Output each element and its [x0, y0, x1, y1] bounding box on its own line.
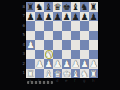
square-d7[interactable]: ♟ [53, 12, 62, 22]
square-c5[interactable] [44, 31, 53, 41]
file-label-e: e [65, 79, 67, 83]
square-d4[interactable] [53, 40, 62, 50]
square-c8[interactable]: ♝ [44, 2, 53, 12]
square-b4[interactable] [35, 40, 44, 50]
black-king[interactable]: ♚ [62, 3, 70, 12]
rank-label-7: 7 [20, 14, 25, 18]
square-b3[interactable] [35, 50, 44, 60]
white-king[interactable]: ♚ [62, 69, 70, 78]
white-queen[interactable]: ♛ [53, 69, 61, 78]
square-e6[interactable] [62, 21, 71, 31]
square-b1[interactable] [35, 69, 44, 79]
square-g3[interactable] [80, 50, 89, 60]
square-d1[interactable]: ♛ [53, 69, 62, 79]
black-pawn[interactable]: ♟ [44, 12, 52, 21]
white-knight[interactable]: ♞ [44, 50, 52, 59]
square-e2[interactable]: ♟ [62, 59, 71, 69]
square-f2[interactable]: ♟ [71, 59, 80, 69]
square-b8[interactable]: ♞ [35, 2, 44, 12]
rank-label-2: 2 [20, 62, 25, 66]
white-bishop[interactable]: ♝ [44, 69, 52, 78]
black-pawn[interactable]: ♟ [62, 12, 70, 21]
square-f6[interactable] [71, 21, 80, 31]
square-c6[interactable] [44, 21, 53, 31]
white-knight[interactable]: ♞ [80, 69, 88, 78]
black-rook[interactable]: ♜ [26, 3, 34, 12]
square-h8[interactable]: ♜ [89, 2, 98, 12]
square-f5[interactable] [71, 31, 80, 41]
rank-label-6: 6 [20, 24, 25, 28]
rank-label-8: 8 [20, 5, 25, 9]
black-pawn[interactable]: ♟ [71, 12, 79, 21]
square-c4[interactable] [44, 40, 53, 50]
square-f8[interactable]: ♝ [71, 2, 80, 12]
white-pawn[interactable]: ♟ [80, 60, 88, 69]
file-label-a: a [29, 79, 31, 83]
black-pawn[interactable]: ♟ [53, 12, 61, 21]
white-rook[interactable]: ♜ [26, 69, 34, 78]
square-c7[interactable]: ♟ [44, 12, 53, 22]
square-a1[interactable]: ♜ [26, 69, 35, 79]
square-b5[interactable] [35, 31, 44, 41]
white-rook[interactable]: ♜ [89, 69, 97, 78]
square-h1[interactable]: ♜ [89, 69, 98, 79]
square-e5[interactable] [62, 31, 71, 41]
square-h7[interactable]: ♟ [89, 12, 98, 22]
square-h6[interactable] [89, 21, 98, 31]
black-pawn[interactable]: ♟ [26, 12, 34, 21]
square-g2[interactable]: ♟ [80, 59, 89, 69]
square-c2[interactable]: ♟ [44, 59, 53, 69]
black-knight[interactable]: ♞ [35, 3, 43, 12]
white-bishop[interactable]: ♝ [71, 69, 79, 78]
square-g7[interactable]: ♟ [80, 12, 89, 22]
square-d8[interactable]: ♛ [53, 2, 62, 12]
app-frame: ♜♞♝♛♚♝♞♜♟♟♟♟♟♟♟♟♟♞♟♟♟♟♟♟♟♜♝♛♚♝♞♜ 8765432… [0, 0, 120, 90]
white-pawn[interactable]: ♟ [89, 60, 97, 69]
black-rook[interactable]: ♜ [89, 3, 97, 12]
white-pawn[interactable]: ♟ [35, 60, 43, 69]
white-pawn[interactable]: ♟ [44, 60, 52, 69]
square-e8[interactable]: ♚ [62, 2, 71, 12]
square-h3[interactable] [89, 50, 98, 60]
black-pawn[interactable]: ♟ [80, 12, 88, 21]
black-bishop[interactable]: ♝ [44, 3, 52, 12]
square-a4[interactable]: ♟ [26, 40, 35, 50]
square-b2[interactable]: ♟ [35, 59, 44, 69]
white-pawn[interactable]: ♟ [53, 60, 61, 69]
rank-label-5: 5 [20, 33, 25, 37]
square-a7[interactable]: ♟ [26, 12, 35, 22]
file-label-g: g [83, 79, 86, 83]
square-a2[interactable] [26, 59, 35, 69]
white-pawn[interactable]: ♟ [26, 41, 34, 50]
square-a5[interactable] [26, 31, 35, 41]
black-pawn[interactable]: ♟ [35, 12, 43, 21]
black-bishop[interactable]: ♝ [71, 3, 79, 12]
file-label-b: b [38, 79, 41, 83]
square-b7[interactable]: ♟ [35, 12, 44, 22]
square-a8[interactable]: ♜ [26, 2, 35, 12]
square-f3[interactable] [71, 50, 80, 60]
square-g8[interactable]: ♞ [80, 2, 89, 12]
square-e7[interactable]: ♟ [62, 12, 71, 22]
file-label-h: h [92, 79, 95, 83]
square-g1[interactable]: ♞ [80, 69, 89, 79]
square-e3[interactable] [62, 50, 71, 60]
square-f4[interactable] [71, 40, 80, 50]
square-a6[interactable] [26, 21, 35, 31]
file-label-d: d [56, 79, 59, 83]
square-h5[interactable] [89, 31, 98, 41]
square-c3[interactable]: ♞ [44, 50, 53, 60]
square-g5[interactable] [80, 31, 89, 41]
square-d2[interactable]: ♟ [53, 59, 62, 69]
square-g6[interactable] [80, 21, 89, 31]
rank-label-3: 3 [20, 52, 25, 56]
square-b6[interactable] [35, 21, 44, 31]
square-f1[interactable]: ♝ [71, 69, 80, 79]
chess-board[interactable]: ♜♞♝♛♚♝♞♜♟♟♟♟♟♟♟♟♟♞♟♟♟♟♟♟♟♜♝♛♚♝♞♜ [26, 2, 98, 78]
square-f7[interactable]: ♟ [71, 12, 80, 22]
square-d5[interactable] [53, 31, 62, 41]
square-a3[interactable] [26, 50, 35, 60]
black-pawn[interactable]: ♟ [89, 12, 97, 21]
status-bar [26, 78, 98, 90]
file-label-c: c [47, 79, 49, 83]
black-knight[interactable]: ♞ [80, 3, 88, 12]
square-d3[interactable] [53, 50, 62, 60]
square-c1[interactable]: ♝ [44, 69, 53, 79]
square-g4[interactable] [80, 40, 89, 50]
square-h2[interactable]: ♟ [89, 59, 98, 69]
white-pawn[interactable]: ♟ [62, 60, 70, 69]
rank-label-4: 4 [20, 43, 25, 47]
letterbox-right [98, 0, 120, 90]
square-e1[interactable]: ♚ [62, 69, 71, 79]
white-pawn[interactable]: ♟ [71, 60, 79, 69]
black-queen[interactable]: ♛ [53, 3, 61, 12]
rank-label-1: 1 [20, 71, 25, 75]
square-d6[interactable] [53, 21, 62, 31]
square-h4[interactable] [89, 40, 98, 50]
file-label-f: f [74, 79, 75, 83]
square-e4[interactable] [62, 40, 71, 50]
